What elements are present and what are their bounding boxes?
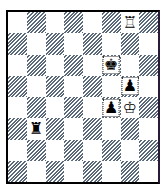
black-pawn-piece: ♟: [123, 78, 137, 94]
square-f5[interactable]: [102, 76, 121, 97]
square-e2[interactable]: [83, 140, 102, 161]
square-e8[interactable]: [83, 12, 102, 33]
square-d7[interactable]: [64, 33, 83, 54]
square-a2[interactable]: [8, 140, 27, 161]
square-e6[interactable]: [83, 55, 102, 76]
square-f2[interactable]: [102, 140, 121, 161]
square-c2[interactable]: [46, 140, 65, 161]
square-b7[interactable]: [27, 33, 46, 54]
square-h3[interactable]: [139, 118, 158, 139]
white-king-piece: ♔: [123, 100, 137, 116]
square-g3[interactable]: [121, 118, 140, 139]
black-king-piece: ♚: [104, 57, 118, 73]
square-c1[interactable]: [46, 161, 65, 182]
square-h4[interactable]: [139, 97, 158, 118]
square-f3[interactable]: [102, 118, 121, 139]
square-f7[interactable]: [102, 33, 121, 54]
square-h2[interactable]: [139, 140, 158, 161]
square-e1[interactable]: [83, 161, 102, 182]
square-c6[interactable]: [46, 55, 65, 76]
square-h6[interactable]: [139, 55, 158, 76]
square-d3[interactable]: [64, 118, 83, 139]
square-g7[interactable]: [121, 33, 140, 54]
square-c4[interactable]: [46, 97, 65, 118]
square-b8[interactable]: [27, 12, 46, 33]
square-b2[interactable]: [27, 140, 46, 161]
square-e4[interactable]: [83, 97, 102, 118]
square-h1[interactable]: [139, 161, 158, 182]
square-b1[interactable]: [27, 161, 46, 182]
square-a3[interactable]: [8, 118, 27, 139]
square-d2[interactable]: [64, 140, 83, 161]
square-g1[interactable]: [121, 161, 140, 182]
square-f4[interactable]: ♟: [102, 97, 121, 118]
square-f8[interactable]: [102, 12, 121, 33]
square-h7[interactable]: [139, 33, 158, 54]
square-g6[interactable]: [121, 55, 140, 76]
square-g2[interactable]: [121, 140, 140, 161]
square-b3[interactable]: ♜: [27, 118, 46, 139]
square-b4[interactable]: [27, 97, 46, 118]
square-a5[interactable]: [8, 76, 27, 97]
square-c3[interactable]: [46, 118, 65, 139]
square-c5[interactable]: [46, 76, 65, 97]
square-e5[interactable]: [83, 76, 102, 97]
square-g8[interactable]: ♖: [121, 12, 140, 33]
square-d4[interactable]: [64, 97, 83, 118]
square-a1[interactable]: [8, 161, 27, 182]
square-g4[interactable]: ♔: [121, 97, 140, 118]
square-d8[interactable]: [64, 12, 83, 33]
chessboard: ♖♚♟♟♔♜: [8, 12, 158, 182]
square-a6[interactable]: [8, 55, 27, 76]
square-h5[interactable]: [139, 76, 158, 97]
square-e7[interactable]: [83, 33, 102, 54]
square-c8[interactable]: [46, 12, 65, 33]
square-c7[interactable]: [46, 33, 65, 54]
white-rook-piece: ♖: [123, 15, 137, 31]
black-rook-piece: ♜: [29, 121, 43, 137]
square-g5[interactable]: ♟: [121, 76, 140, 97]
square-b5[interactable]: [27, 76, 46, 97]
square-h8[interactable]: [139, 12, 158, 33]
square-f1[interactable]: [102, 161, 121, 182]
square-a7[interactable]: [8, 33, 27, 54]
square-d6[interactable]: [64, 55, 83, 76]
square-d5[interactable]: [64, 76, 83, 97]
square-b6[interactable]: [27, 55, 46, 76]
black-pawn-piece: ♟: [104, 100, 118, 116]
chessboard-frame: ♖♚♟♟♔♜: [6, 10, 160, 184]
square-d1[interactable]: [64, 161, 83, 182]
square-a4[interactable]: [8, 97, 27, 118]
square-e3[interactable]: [83, 118, 102, 139]
square-f6[interactable]: ♚: [102, 55, 121, 76]
square-a8[interactable]: [8, 12, 27, 33]
